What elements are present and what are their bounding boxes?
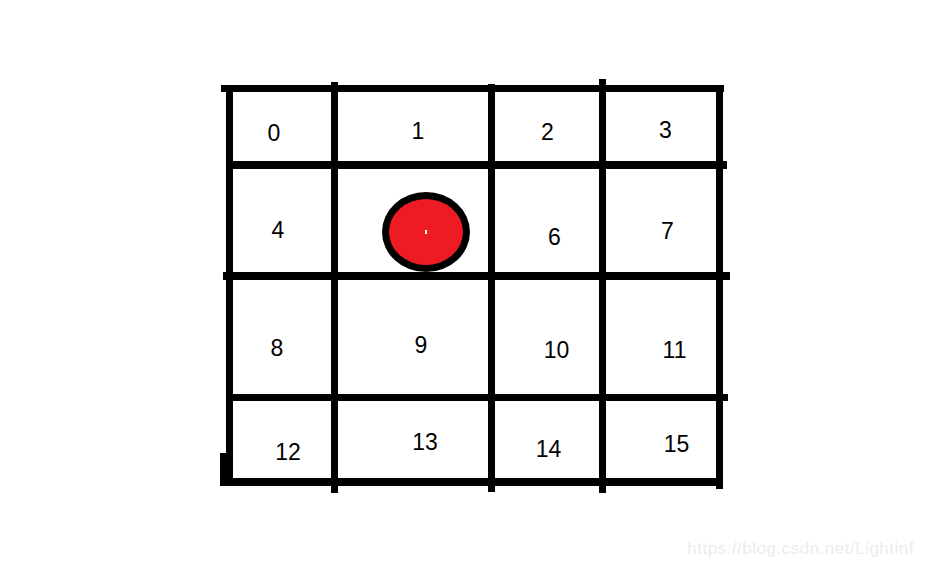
grid-cell-6: 6 — [491, 166, 602, 276]
grid-cell-9: 9 — [335, 276, 491, 398]
cell-number-11: 11 — [663, 339, 687, 362]
cell-number-8: 8 — [271, 337, 284, 360]
red-disc-token — [382, 192, 470, 272]
cell-number-10: 10 — [544, 339, 570, 362]
token-center-dot — [425, 230, 427, 234]
cell-number-0: 0 — [268, 122, 281, 145]
cell-number-7: 7 — [661, 220, 674, 243]
grid-line-vertical-4 — [716, 86, 723, 489]
cell-number-4: 4 — [272, 219, 285, 242]
puzzle-board: 0 1 2 3 4 6 7 8 9 10 11 12 13 14 15 — [233, 92, 717, 479]
grid-cell-11: 11 — [602, 276, 717, 398]
grid-cell-8: 8 — [233, 276, 335, 398]
grid-cell-1: 1 — [335, 92, 491, 166]
drawing-canvas: 0 1 2 3 4 6 7 8 9 10 11 12 13 14 15 http… — [0, 0, 926, 566]
grid-cell-13: 13 — [335, 398, 491, 479]
grid-cell-0: 0 — [233, 92, 335, 166]
grid-line-vertical-0 — [226, 88, 233, 486]
cell-number-2: 2 — [541, 121, 554, 144]
grid-cell-4: 4 — [233, 166, 335, 276]
watermark-url: https://blog.csdn.net/Lightinf — [687, 539, 914, 559]
cell-number-9: 9 — [415, 334, 428, 357]
grid-cell-10: 10 — [491, 276, 602, 398]
cell-number-15: 15 — [664, 433, 690, 456]
cell-number-1: 1 — [412, 120, 425, 143]
grid-cell-3: 3 — [602, 92, 717, 166]
cell-number-13: 13 — [412, 431, 438, 454]
grid-cell-12: 12 — [233, 398, 335, 479]
grid-cell-2: 2 — [491, 92, 602, 166]
grid-line-horizontal-4 — [221, 478, 723, 486]
grid-cell-7: 7 — [602, 166, 717, 276]
cell-number-12: 12 — [275, 441, 301, 464]
cell-number-6: 6 — [548, 226, 561, 249]
cell-number-14: 14 — [536, 438, 562, 461]
grid-cell-15: 15 — [602, 398, 717, 479]
grid-line-horizontal-0 — [221, 85, 724, 92]
cell-number-3: 3 — [659, 119, 672, 142]
grid-cell-14: 14 — [491, 398, 602, 479]
